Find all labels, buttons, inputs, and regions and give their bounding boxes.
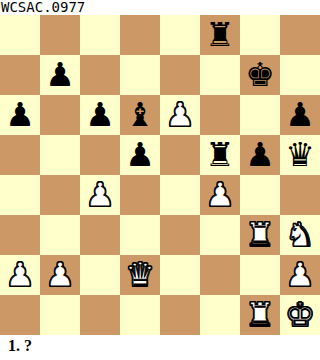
square-c2[interactable] bbox=[80, 255, 120, 295]
square-f2[interactable] bbox=[200, 255, 240, 295]
square-h3[interactable]: ♞ bbox=[280, 215, 320, 255]
square-e3[interactable] bbox=[160, 215, 200, 255]
piece-black-pawn: ♟ bbox=[45, 55, 75, 95]
piece-white-knight: ♞ bbox=[285, 215, 315, 255]
piece-white-pawn: ♟ bbox=[165, 95, 195, 135]
square-a1[interactable] bbox=[0, 295, 40, 335]
square-f6[interactable] bbox=[200, 95, 240, 135]
square-f5[interactable]: ♜ bbox=[200, 135, 240, 175]
piece-white-king: ♚ bbox=[285, 295, 315, 335]
square-f8[interactable]: ♜ bbox=[200, 15, 240, 55]
square-a3[interactable] bbox=[0, 215, 40, 255]
chess-board: ♜♟♚♟♟♝♟♟♟♜♟♛♟♟♜♞♟♟♛♟♜♚ bbox=[0, 15, 320, 335]
piece-black-queen: ♛ bbox=[285, 135, 315, 175]
piece-white-pawn: ♟ bbox=[5, 255, 35, 295]
square-d6[interactable]: ♝ bbox=[120, 95, 160, 135]
square-e5[interactable] bbox=[160, 135, 200, 175]
square-c5[interactable] bbox=[80, 135, 120, 175]
piece-black-pawn: ♟ bbox=[285, 95, 315, 135]
square-c3[interactable] bbox=[80, 215, 120, 255]
square-c6[interactable]: ♟ bbox=[80, 95, 120, 135]
piece-white-pawn: ♟ bbox=[45, 255, 75, 295]
square-d8[interactable] bbox=[120, 15, 160, 55]
piece-black-pawn: ♟ bbox=[125, 135, 155, 175]
square-e4[interactable] bbox=[160, 175, 200, 215]
piece-black-bishop: ♝ bbox=[125, 95, 155, 135]
square-g3[interactable]: ♜ bbox=[240, 215, 280, 255]
square-a7[interactable] bbox=[0, 55, 40, 95]
piece-white-queen: ♛ bbox=[125, 255, 155, 295]
piece-black-rook: ♜ bbox=[205, 15, 235, 55]
square-a5[interactable] bbox=[0, 135, 40, 175]
square-g8[interactable] bbox=[240, 15, 280, 55]
square-g1[interactable]: ♜ bbox=[240, 295, 280, 335]
square-a6[interactable]: ♟ bbox=[0, 95, 40, 135]
square-d7[interactable] bbox=[120, 55, 160, 95]
square-f4[interactable]: ♟ bbox=[200, 175, 240, 215]
square-d5[interactable]: ♟ bbox=[120, 135, 160, 175]
square-h2[interactable]: ♟ bbox=[280, 255, 320, 295]
square-g4[interactable] bbox=[240, 175, 280, 215]
square-e6[interactable]: ♟ bbox=[160, 95, 200, 135]
move-prompt: 1. ? bbox=[0, 335, 320, 360]
square-b2[interactable]: ♟ bbox=[40, 255, 80, 295]
piece-black-pawn: ♟ bbox=[5, 95, 35, 135]
chess-diagram-window: WCSAC.0977 ♜♟♚♟♟♝♟♟♟♜♟♛♟♟♜♞♟♟♛♟♜♚ 1. ? bbox=[0, 0, 320, 360]
piece-white-pawn: ♟ bbox=[85, 175, 115, 215]
square-e8[interactable] bbox=[160, 15, 200, 55]
square-d3[interactable] bbox=[120, 215, 160, 255]
square-b3[interactable] bbox=[40, 215, 80, 255]
piece-black-rook: ♜ bbox=[205, 135, 235, 175]
square-c4[interactable]: ♟ bbox=[80, 175, 120, 215]
piece-white-rook: ♜ bbox=[245, 215, 275, 255]
square-b4[interactable] bbox=[40, 175, 80, 215]
square-c8[interactable] bbox=[80, 15, 120, 55]
square-d1[interactable] bbox=[120, 295, 160, 335]
square-e1[interactable] bbox=[160, 295, 200, 335]
square-g7[interactable]: ♚ bbox=[240, 55, 280, 95]
square-g6[interactable] bbox=[240, 95, 280, 135]
square-b7[interactable]: ♟ bbox=[40, 55, 80, 95]
piece-white-rook: ♜ bbox=[245, 295, 275, 335]
square-g5[interactable]: ♟ bbox=[240, 135, 280, 175]
square-b1[interactable] bbox=[40, 295, 80, 335]
square-a8[interactable] bbox=[0, 15, 40, 55]
square-e2[interactable] bbox=[160, 255, 200, 295]
square-h1[interactable]: ♚ bbox=[280, 295, 320, 335]
square-b8[interactable] bbox=[40, 15, 80, 55]
square-e7[interactable] bbox=[160, 55, 200, 95]
diagram-title: WCSAC.0977 bbox=[0, 0, 320, 15]
square-h8[interactable] bbox=[280, 15, 320, 55]
square-h6[interactable]: ♟ bbox=[280, 95, 320, 135]
square-f7[interactable] bbox=[200, 55, 240, 95]
square-a4[interactable] bbox=[0, 175, 40, 215]
square-d4[interactable] bbox=[120, 175, 160, 215]
piece-black-king: ♚ bbox=[245, 55, 275, 95]
square-c1[interactable] bbox=[80, 295, 120, 335]
square-g2[interactable] bbox=[240, 255, 280, 295]
square-d2[interactable]: ♛ bbox=[120, 255, 160, 295]
piece-black-pawn: ♟ bbox=[85, 95, 115, 135]
square-c7[interactable] bbox=[80, 55, 120, 95]
square-f3[interactable] bbox=[200, 215, 240, 255]
square-b6[interactable] bbox=[40, 95, 80, 135]
square-a2[interactable]: ♟ bbox=[0, 255, 40, 295]
square-b5[interactable] bbox=[40, 135, 80, 175]
square-h4[interactable] bbox=[280, 175, 320, 215]
piece-black-pawn: ♟ bbox=[245, 135, 275, 175]
square-h5[interactable]: ♛ bbox=[280, 135, 320, 175]
piece-white-pawn: ♟ bbox=[205, 175, 235, 215]
piece-white-pawn: ♟ bbox=[285, 255, 315, 295]
square-f1[interactable] bbox=[200, 295, 240, 335]
square-h7[interactable] bbox=[280, 55, 320, 95]
